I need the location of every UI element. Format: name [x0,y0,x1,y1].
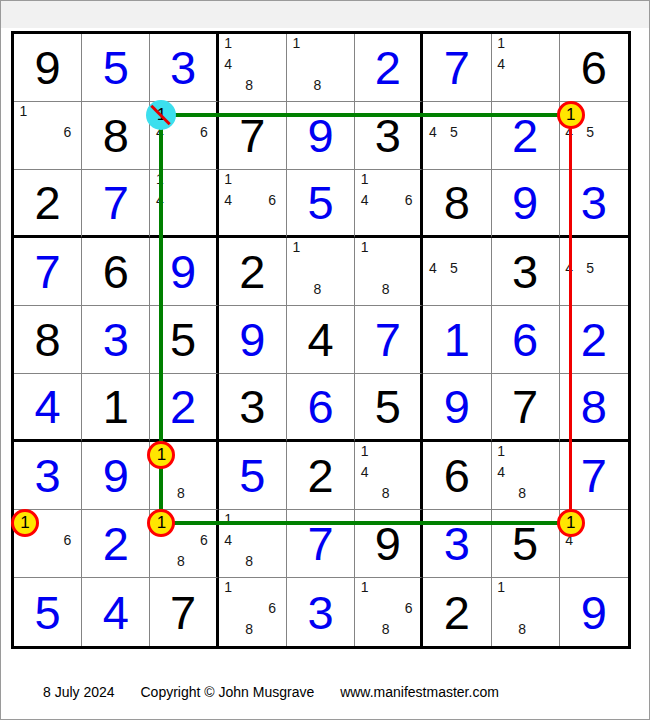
cell-value: 5 [35,589,61,636]
cell-r9c9[interactable]: 9 [560,578,628,646]
cell-r2c1[interactable]: 16 [14,102,82,170]
cell-r3c8[interactable]: 9 [492,170,560,238]
cell-r5c7[interactable]: 1 [423,306,491,374]
cell-value: 7 [307,520,333,567]
cell-r1c3[interactable]: 3 [150,34,218,102]
candidate-4: 4 [495,464,508,480]
cell-value: 8 [581,383,607,430]
candidate-8: 8 [311,77,324,93]
cell-r6c9[interactable]: 8 [560,374,628,442]
candidate-8: 8 [243,621,256,637]
cell-r1c1[interactable]: 9 [14,34,82,102]
candidate-1: 1 [17,511,30,527]
cell-value: 9 [512,179,538,226]
cell-value: 7 [444,44,470,91]
cell-r7c6[interactable]: 148 [355,442,423,510]
page: 9531481827146168146793452145271414651468… [0,0,650,720]
cell-r4c5[interactable]: 18 [287,238,355,306]
footer-date: 8 July 2024 [43,684,115,700]
cell-value: 2 [581,316,607,363]
candidate-5: 5 [447,260,460,276]
cell-r9c8[interactable]: 18 [492,578,560,646]
cell-r7c4[interactable]: 5 [219,442,287,510]
cell-value: 7 [35,248,61,295]
cell-r8c2[interactable]: 2 [82,510,150,578]
cell-r4c6[interactable]: 18 [355,238,423,306]
candidate-4: 4 [563,124,576,140]
candidate-1: 1 [222,35,235,51]
cell-value: 3 [35,452,61,499]
candidate-1: 1 [358,239,371,255]
header-strip [1,1,649,28]
cell-r1c9[interactable]: 6 [560,34,628,102]
cell-r9c5[interactable]: 3 [287,578,355,646]
candidate-5: 5 [447,124,460,140]
candidate-6: 6 [197,532,210,548]
cell-value: 2 [239,248,265,295]
candidate-4: 4 [426,260,439,276]
cell-r6c6[interactable]: 5 [355,374,423,442]
candidate-4: 4 [563,260,576,276]
cell-r8c3[interactable]: 168 [150,510,218,578]
cell-r3c4[interactable]: 146 [219,170,287,238]
cell-value: 6 [103,248,129,295]
candidate-1: 1 [358,171,371,187]
candidate-6: 6 [61,124,74,140]
cell-r2c6[interactable]: 3 [355,102,423,170]
candidate-6: 6 [402,192,415,208]
cell-r5c8[interactable]: 6 [492,306,560,374]
footer-website: www.manifestmaster.com [340,684,499,700]
cell-r3c9[interactable]: 3 [560,170,628,238]
cell-r1c2[interactable]: 5 [82,34,150,102]
candidate-1: 1 [290,239,303,255]
candidate-1: 1 [290,35,303,51]
cell-value: 3 [170,44,196,91]
cell-value: 9 [581,589,607,636]
cell-r6c4[interactable]: 3 [219,374,287,442]
candidate-1: 1 [358,443,371,459]
cell-value: 6 [512,316,538,363]
candidate-1: 1 [358,579,371,595]
candidate-6: 6 [197,124,210,140]
cell-r8c1[interactable]: 16 [14,510,82,578]
sudoku-board: 9531481827146168146793452145271414651468… [11,31,631,649]
cell-r7c2[interactable]: 9 [82,442,150,510]
candidate-5: 5 [584,124,597,140]
candidate-6: 6 [402,600,415,616]
cell-r8c4[interactable]: 148 [219,510,287,578]
candidate-8: 8 [379,281,392,297]
cell-r2c2[interactable]: 8 [82,102,150,170]
cell-r3c6[interactable]: 146 [355,170,423,238]
cell-r4c4[interactable]: 2 [219,238,287,306]
candidate-1: 1 [222,579,235,595]
cell-value: 7 [103,179,129,226]
candidate-4: 4 [358,192,371,208]
cell-r9c2[interactable]: 4 [82,578,150,646]
cell-value: 9 [35,44,61,91]
cell-r5c3[interactable]: 5 [150,306,218,374]
candidate-4: 4 [563,532,576,548]
candidate-4: 4 [153,124,166,140]
candidate-4: 4 [495,56,508,72]
candidate-1: 1 [222,511,235,527]
cell-value: 2 [444,589,470,636]
cell-value: 5 [307,179,333,226]
cell-r1c4[interactable]: 148 [219,34,287,102]
cell-r2c8[interactable]: 2 [492,102,560,170]
cell-r5c9[interactable]: 2 [560,306,628,374]
cell-value: 7 [239,112,265,159]
cell-value: 7 [581,452,607,499]
candidate-8: 8 [311,281,324,297]
cell-value: 7 [375,316,401,363]
candidate-8: 8 [243,553,256,569]
cell-value: 3 [444,520,470,567]
cell-value: 1 [444,316,470,363]
cell-r9c6[interactable]: 168 [355,578,423,646]
cell-value: 3 [581,179,607,226]
cell-value: 2 [307,452,333,499]
candidate-1: 1 [495,35,508,51]
candidate-4: 4 [222,192,235,208]
cell-r4c2[interactable]: 6 [82,238,150,306]
cell-value: 8 [103,112,129,159]
candidate-6: 6 [266,192,279,208]
candidate-8: 8 [243,77,256,93]
footer: 8 July 2024 Copyright © John Musgrave ww… [43,684,499,700]
cell-value: 9 [375,520,401,567]
cell-r5c4[interactable]: 9 [219,306,287,374]
cell-value: 9 [239,316,265,363]
cell-r1c8[interactable]: 14 [492,34,560,102]
candidate-1: 1 [563,511,576,527]
cell-r8c8[interactable]: 5 [492,510,560,578]
candidate-1: 1 [495,443,508,459]
candidate-1: 1 [153,443,166,459]
cell-value: 2 [170,383,196,430]
candidate-4: 4 [426,124,439,140]
candidate-8: 8 [174,485,187,501]
cell-r2c5[interactable]: 9 [287,102,355,170]
cell-value: 5 [512,520,538,567]
cell-r7c5[interactable]: 2 [287,442,355,510]
cell-value: 8 [35,316,61,363]
cell-r5c5[interactable]: 4 [287,306,355,374]
cell-value: 2 [512,112,538,159]
candidate-1: 1 [222,171,235,187]
cell-r1c5[interactable]: 18 [287,34,355,102]
cell-value: 1 [103,383,129,430]
cell-value: 7 [170,589,196,636]
cell-value: 5 [375,383,401,430]
cell-value: 3 [512,248,538,295]
cell-r4c3[interactable]: 9 [150,238,218,306]
cell-r6c8[interactable]: 7 [492,374,560,442]
cell-r3c3[interactable]: 14 [150,170,218,238]
candidate-8: 8 [516,485,529,501]
cell-value: 5 [103,44,129,91]
cell-value: 5 [239,452,265,499]
candidate-1: 1 [563,103,576,119]
cell-value: 4 [103,589,129,636]
cell-value: 3 [307,589,333,636]
candidate-8: 8 [379,485,392,501]
cell-r6c5[interactable]: 6 [287,374,355,442]
cell-r7c8[interactable]: 148 [492,442,560,510]
cell-r6c7[interactable]: 9 [423,374,491,442]
candidate-1: 1 [495,579,508,595]
cell-r6c2[interactable]: 1 [82,374,150,442]
cell-r8c6[interactable]: 9 [355,510,423,578]
cell-r7c1[interactable]: 3 [14,442,82,510]
cell-value: 6 [307,383,333,430]
cell-r8c7[interactable]: 3 [423,510,491,578]
cell-value: 8 [444,179,470,226]
cell-r4c8[interactable]: 3 [492,238,560,306]
cell-r8c9[interactable]: 14 [560,510,628,578]
cell-value: 3 [239,383,265,430]
candidate-4: 4 [153,192,166,208]
cell-r3c1[interactable]: 2 [14,170,82,238]
cell-r2c9[interactable]: 145 [560,102,628,170]
cell-r3c2[interactable]: 7 [82,170,150,238]
candidate-1: 1 [153,103,166,119]
cell-r2c4[interactable]: 7 [219,102,287,170]
cell-r2c3[interactable]: 146 [150,102,218,170]
cell-value: 9 [307,112,333,159]
cell-value: 9 [170,248,196,295]
candidate-8: 8 [516,621,529,637]
cell-r9c3[interactable]: 7 [150,578,218,646]
cell-r9c4[interactable]: 168 [219,578,287,646]
cell-value: 9 [444,383,470,430]
cell-r5c1[interactable]: 8 [14,306,82,374]
cell-r8c5[interactable]: 7 [287,510,355,578]
cell-r1c6[interactable]: 2 [355,34,423,102]
footer-copyright: Copyright © John Musgrave [141,684,315,700]
candidate-4: 4 [222,56,235,72]
candidate-6: 6 [61,532,74,548]
cell-r4c7[interactable]: 45 [423,238,491,306]
cell-r4c9[interactable]: 45 [560,238,628,306]
candidate-8: 8 [379,621,392,637]
cell-r6c3[interactable]: 2 [150,374,218,442]
candidate-1: 1 [153,511,166,527]
candidate-1: 1 [17,103,30,119]
cell-value: 5 [170,316,196,363]
cell-r3c5[interactable]: 5 [287,170,355,238]
cell-r4c1[interactable]: 7 [14,238,82,306]
cell-r6c1[interactable]: 4 [14,374,82,442]
cell-r2c7[interactable]: 45 [423,102,491,170]
cell-value: 6 [581,44,607,91]
cell-r7c7[interactable]: 6 [423,442,491,510]
candidate-1: 1 [153,171,166,187]
cell-value: 9 [103,452,129,499]
candidate-5: 5 [584,260,597,276]
cell-r1c7[interactable]: 7 [423,34,491,102]
cell-value: 2 [103,520,129,567]
cell-r3c7[interactable]: 8 [423,170,491,238]
cell-value: 6 [444,452,470,499]
cell-value: 7 [512,383,538,430]
candidate-4: 4 [358,464,371,480]
cell-value: 4 [307,316,333,363]
candidate-6: 6 [266,600,279,616]
cell-value: 3 [103,316,129,363]
cell-value: 2 [375,44,401,91]
cell-r7c3[interactable]: 18 [150,442,218,510]
cell-value: 3 [375,112,401,159]
cell-r7c9[interactable]: 7 [560,442,628,510]
cell-r5c2[interactable]: 3 [82,306,150,374]
cell-r5c6[interactable]: 7 [355,306,423,374]
cell-value: 2 [35,179,61,226]
cell-r9c7[interactable]: 2 [423,578,491,646]
cell-value: 4 [35,383,61,430]
candidate-4: 4 [222,532,235,548]
cell-r9c1[interactable]: 5 [14,578,82,646]
candidate-8: 8 [174,553,187,569]
